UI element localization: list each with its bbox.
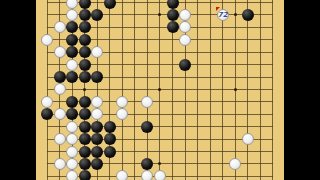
last-move-marker-icon <box>216 7 220 11</box>
black-stone <box>79 133 91 145</box>
black-stone <box>79 108 91 120</box>
white-stone <box>66 170 78 180</box>
white-stone <box>179 9 191 21</box>
black-stone <box>179 59 191 71</box>
white-stone <box>242 133 254 145</box>
white-stone <box>66 146 78 158</box>
hoshi-point <box>234 88 237 91</box>
letterbox-left <box>0 0 36 180</box>
letterbox-right <box>284 0 320 180</box>
hoshi-point <box>158 88 161 91</box>
white-stone <box>116 96 128 108</box>
white-stone <box>179 34 191 46</box>
white-stone <box>91 96 103 108</box>
white-stone <box>91 46 103 58</box>
black-stone <box>66 108 78 120</box>
white-stone <box>54 108 66 120</box>
video-frame: 72 <box>0 0 320 180</box>
black-stone <box>66 96 78 108</box>
black-stone <box>91 121 103 133</box>
black-stone <box>79 170 91 180</box>
white-stone <box>116 170 128 180</box>
hoshi-point <box>83 88 86 91</box>
black-stone <box>66 46 78 58</box>
black-stone <box>141 121 153 133</box>
white-stone <box>154 170 166 180</box>
white-stone <box>141 96 153 108</box>
black-stone <box>79 158 91 170</box>
black-stone <box>242 9 254 21</box>
black-stone <box>167 21 179 33</box>
hoshi-point <box>234 13 237 16</box>
black-stone <box>79 46 91 58</box>
black-stone <box>54 71 66 83</box>
black-stone <box>91 71 103 83</box>
black-stone <box>167 0 179 9</box>
black-stone <box>141 158 153 170</box>
white-stone-labeled: 72 <box>217 9 229 21</box>
black-stone <box>79 121 91 133</box>
black-stone <box>91 158 103 170</box>
white-stone <box>91 108 103 120</box>
black-stone <box>91 133 103 145</box>
black-stone <box>79 34 91 46</box>
black-stone <box>104 133 116 145</box>
go-board[interactable]: 72 <box>36 0 284 180</box>
white-stone <box>41 34 53 46</box>
white-stone <box>66 133 78 145</box>
white-stone <box>54 133 66 145</box>
black-stone <box>41 108 53 120</box>
move-number-label: 72 <box>218 11 228 20</box>
black-stone <box>79 96 91 108</box>
black-stone <box>91 146 103 158</box>
black-stone <box>66 21 78 33</box>
white-stone <box>66 0 78 9</box>
white-stone <box>179 21 191 33</box>
white-stone <box>66 9 78 21</box>
black-stone <box>104 146 116 158</box>
white-stone <box>141 170 153 180</box>
black-stone <box>79 21 91 33</box>
white-stone <box>54 46 66 58</box>
white-stone <box>54 83 66 95</box>
white-stone <box>54 158 66 170</box>
black-stone <box>79 71 91 83</box>
black-stone <box>167 9 179 21</box>
white-stone <box>229 158 241 170</box>
black-stone <box>79 0 91 9</box>
black-stone <box>66 71 78 83</box>
black-stone <box>66 34 78 46</box>
black-stone <box>104 0 116 9</box>
white-stone <box>116 108 128 120</box>
white-stone <box>66 59 78 71</box>
white-stone <box>54 21 66 33</box>
black-stone <box>79 146 91 158</box>
white-stone <box>41 96 53 108</box>
black-stone <box>79 9 91 21</box>
black-stone <box>79 59 91 71</box>
black-stone <box>104 121 116 133</box>
black-stone <box>91 9 103 21</box>
white-stone <box>66 121 78 133</box>
white-stone <box>66 158 78 170</box>
